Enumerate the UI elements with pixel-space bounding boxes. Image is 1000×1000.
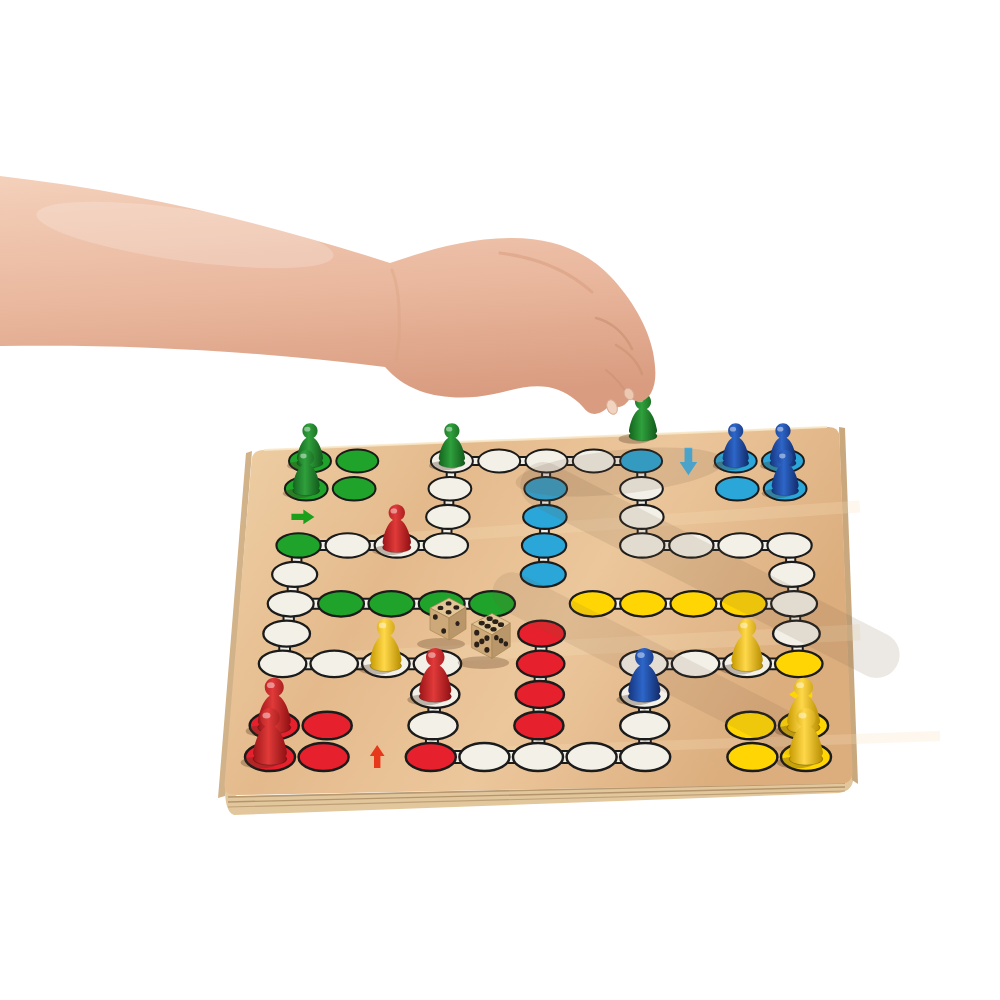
pawn-highlight [637, 652, 645, 658]
hand-and-arm [0, 176, 657, 444]
cell-c5r11[interactable] [459, 743, 509, 771]
die-shadow [417, 638, 465, 650]
cell-c1r6[interactable] [268, 591, 314, 616]
cell-c1r4[interactable] [276, 533, 320, 557]
pawn-highlight [300, 454, 306, 459]
cell-c8r10[interactable] [620, 712, 669, 739]
pawn-highlight [390, 508, 397, 513]
pawn-highlight [428, 652, 436, 658]
scene [0, 0, 1000, 1000]
pawn-highlight [304, 427, 310, 432]
cell-c6r4[interactable] [522, 533, 566, 557]
cell-c7r11[interactable] [567, 743, 617, 771]
pawn-highlight [730, 427, 736, 432]
pawn-highlight [379, 623, 386, 629]
pawn-highlight [262, 713, 270, 719]
cell-c6r8[interactable] [517, 651, 564, 677]
cell-c4r10[interactable] [408, 712, 457, 739]
pawn-highlight [796, 682, 804, 688]
cell-c4r2[interactable] [429, 477, 472, 500]
cell-c1r7[interactable] [263, 621, 310, 647]
cell-c10r2[interactable] [716, 477, 759, 500]
cell-c10r11[interactable] [727, 743, 777, 771]
cell-c4r3[interactable] [426, 505, 470, 529]
cell-c2r2[interactable] [333, 477, 376, 500]
cell-c6r9[interactable] [516, 681, 564, 708]
cell-c8r11[interactable] [620, 743, 670, 771]
cell-c11r4[interactable] [767, 533, 811, 557]
cell-c4r11[interactable] [406, 743, 456, 771]
cell-c5r1[interactable] [478, 450, 520, 473]
cell-c2r11[interactable] [299, 743, 349, 771]
cell-c2r6[interactable] [318, 591, 364, 616]
product-photo-stage [0, 0, 1000, 1000]
pawn-highlight [779, 454, 785, 459]
cell-c2r1[interactable] [336, 450, 378, 473]
cell-c2r4[interactable] [326, 533, 370, 557]
pawn-highlight [267, 682, 275, 688]
cell-c2r8[interactable] [310, 651, 357, 677]
cell-c1r8[interactable] [259, 651, 306, 677]
cell-c6r10[interactable] [514, 712, 563, 739]
cell-c4r4[interactable] [424, 533, 468, 557]
cell-c6r11[interactable] [513, 743, 563, 771]
cell-c2r10[interactable] [303, 712, 352, 739]
die-shadow [458, 656, 509, 669]
pawn-highlight [798, 713, 806, 719]
cell-c8r6[interactable] [620, 591, 666, 616]
cell-c1r5[interactable] [272, 562, 317, 587]
pawn-highlight [446, 427, 452, 432]
cell-c3r6[interactable] [368, 591, 414, 616]
cell-c11r8[interactable] [775, 651, 822, 677]
pawn-highlight [777, 427, 783, 432]
pawn-highlight [740, 623, 747, 629]
